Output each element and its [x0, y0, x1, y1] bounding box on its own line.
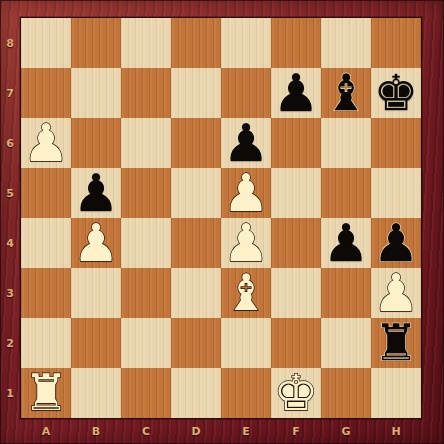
square-c7[interactable] — [121, 68, 171, 118]
square-c1[interactable] — [121, 368, 171, 418]
square-g7[interactable]: ♝ — [321, 68, 371, 118]
square-g2[interactable] — [321, 318, 371, 368]
square-d3[interactable] — [171, 268, 221, 318]
rank-label-5: 5 — [0, 168, 20, 218]
piece-black-pawn-b5[interactable]: ♟ — [71, 168, 121, 218]
square-e4[interactable]: ♟ — [221, 218, 271, 268]
square-b4[interactable]: ♟ — [71, 218, 121, 268]
board-frame: ♟♝♚♟♟♟♟♟♟♟♟♝♟♜♜♚ 87654321 ABCDEFGH — [0, 0, 444, 444]
piece-white-pawn-h3[interactable]: ♟ — [371, 268, 421, 318]
square-h5[interactable] — [371, 168, 421, 218]
square-b3[interactable] — [71, 268, 121, 318]
square-e2[interactable] — [221, 318, 271, 368]
rank-label-8: 8 — [0, 18, 20, 68]
square-f2[interactable] — [271, 318, 321, 368]
file-label-d: D — [171, 420, 221, 442]
board: ♟♝♚♟♟♟♟♟♟♟♟♝♟♜♜♚ — [20, 17, 422, 419]
piece-white-bishop-e3[interactable]: ♝ — [221, 268, 271, 318]
rank-label-6: 6 — [0, 118, 20, 168]
file-label-b: B — [71, 420, 121, 442]
piece-black-pawn-g4[interactable]: ♟ — [321, 218, 371, 268]
rank-label-1: 1 — [0, 368, 20, 418]
square-e3[interactable]: ♝ — [221, 268, 271, 318]
square-d6[interactable] — [171, 118, 221, 168]
piece-black-pawn-f7[interactable]: ♟ — [271, 68, 321, 118]
square-e6[interactable]: ♟ — [221, 118, 271, 168]
piece-white-king-f1[interactable]: ♚ — [271, 368, 321, 418]
square-h1[interactable] — [371, 368, 421, 418]
rank-label-4: 4 — [0, 218, 20, 268]
square-d1[interactable] — [171, 368, 221, 418]
square-f7[interactable]: ♟ — [271, 68, 321, 118]
square-g1[interactable] — [321, 368, 371, 418]
square-g4[interactable]: ♟ — [321, 218, 371, 268]
square-b1[interactable] — [71, 368, 121, 418]
square-h6[interactable] — [371, 118, 421, 168]
file-label-f: F — [271, 420, 321, 442]
square-d2[interactable] — [171, 318, 221, 368]
piece-black-bishop-g7[interactable]: ♝ — [321, 68, 371, 118]
square-h2[interactable]: ♜ — [371, 318, 421, 368]
square-b8[interactable] — [71, 18, 121, 68]
square-b2[interactable] — [71, 318, 121, 368]
square-e5[interactable]: ♟ — [221, 168, 271, 218]
piece-white-rook-a1[interactable]: ♜ — [21, 368, 71, 418]
square-c8[interactable] — [121, 18, 171, 68]
square-e1[interactable] — [221, 368, 271, 418]
square-c6[interactable] — [121, 118, 171, 168]
square-f4[interactable] — [271, 218, 321, 268]
square-e7[interactable] — [221, 68, 271, 118]
square-a4[interactable] — [21, 218, 71, 268]
square-d8[interactable] — [171, 18, 221, 68]
square-d4[interactable] — [171, 218, 221, 268]
square-f3[interactable] — [271, 268, 321, 318]
rank-label-7: 7 — [0, 68, 20, 118]
square-f5[interactable] — [271, 168, 321, 218]
square-e8[interactable] — [221, 18, 271, 68]
piece-white-pawn-e4[interactable]: ♟ — [221, 218, 271, 268]
piece-white-pawn-e5[interactable]: ♟ — [221, 168, 271, 218]
square-f8[interactable] — [271, 18, 321, 68]
piece-black-rook-h2[interactable]: ♜ — [371, 318, 421, 368]
piece-black-king-h7[interactable]: ♚ — [371, 68, 421, 118]
piece-black-pawn-e6[interactable]: ♟ — [221, 118, 271, 168]
file-label-a: A — [21, 420, 71, 442]
square-h7[interactable]: ♚ — [371, 68, 421, 118]
square-b7[interactable] — [71, 68, 121, 118]
square-a7[interactable] — [21, 68, 71, 118]
file-label-h: H — [371, 420, 421, 442]
square-h3[interactable]: ♟ — [371, 268, 421, 318]
square-g3[interactable] — [321, 268, 371, 318]
piece-white-pawn-a6[interactable]: ♟ — [21, 118, 71, 168]
square-b5[interactable]: ♟ — [71, 168, 121, 218]
square-b6[interactable] — [71, 118, 121, 168]
square-a1[interactable]: ♜ — [21, 368, 71, 418]
square-c4[interactable] — [121, 218, 171, 268]
square-h4[interactable]: ♟ — [371, 218, 421, 268]
square-d7[interactable] — [171, 68, 221, 118]
square-c2[interactable] — [121, 318, 171, 368]
square-a3[interactable] — [21, 268, 71, 318]
square-a8[interactable] — [21, 18, 71, 68]
file-label-c: C — [121, 420, 171, 442]
square-g5[interactable] — [321, 168, 371, 218]
piece-black-pawn-h4[interactable]: ♟ — [371, 218, 421, 268]
square-d5[interactable] — [171, 168, 221, 218]
square-c5[interactable] — [121, 168, 171, 218]
piece-white-pawn-b4[interactable]: ♟ — [71, 218, 121, 268]
chess-board-screenshot: ♟♝♚♟♟♟♟♟♟♟♟♝♟♜♜♚ 87654321 ABCDEFGH — [0, 0, 444, 444]
square-f1[interactable]: ♚ — [271, 368, 321, 418]
square-a6[interactable]: ♟ — [21, 118, 71, 168]
square-h8[interactable] — [371, 18, 421, 68]
square-g8[interactable] — [321, 18, 371, 68]
square-a5[interactable] — [21, 168, 71, 218]
file-label-g: G — [321, 420, 371, 442]
rank-label-2: 2 — [0, 318, 20, 368]
square-f6[interactable] — [271, 118, 321, 168]
file-labels: ABCDEFGH — [21, 420, 421, 442]
rank-labels: 87654321 — [0, 18, 20, 418]
rank-label-3: 3 — [0, 268, 20, 318]
file-label-e: E — [221, 420, 271, 442]
square-g6[interactable] — [321, 118, 371, 168]
square-a2[interactable] — [21, 318, 71, 368]
square-c3[interactable] — [121, 268, 171, 318]
